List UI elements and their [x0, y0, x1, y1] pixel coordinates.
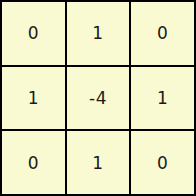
cell-r1c0: 1 — [2, 67, 65, 130]
cell-r0c2: 0 — [131, 2, 194, 65]
cell-r1c2: 1 — [131, 67, 194, 130]
cell-r2c0: 0 — [2, 131, 65, 194]
kernel-grid: 0 1 0 1 -4 1 0 1 0 — [0, 0, 196, 196]
cell-r1c1: -4 — [67, 67, 130, 130]
cell-r2c2: 0 — [131, 131, 194, 194]
cell-r2c1: 1 — [67, 131, 130, 194]
cell-r0c1: 1 — [67, 2, 130, 65]
cell-r0c0: 0 — [2, 2, 65, 65]
